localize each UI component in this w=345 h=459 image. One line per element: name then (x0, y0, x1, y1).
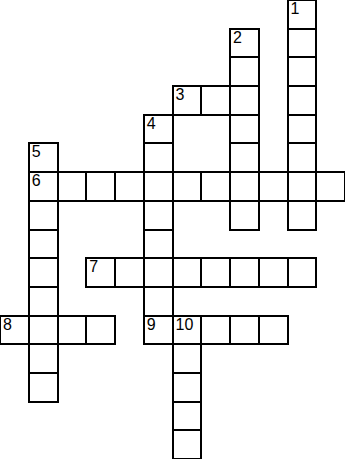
cell-c1-r9[interactable] (28, 257, 59, 288)
crossword-board: 12345678910 (0, 0, 345, 459)
cell-c10-r0[interactable]: 1 (287, 0, 318, 30)
cell-c6-r14[interactable] (172, 401, 203, 432)
cell-c6-r13[interactable] (172, 372, 203, 403)
cell-c8-r4[interactable] (229, 114, 260, 145)
cell-c1-r8[interactable] (28, 229, 59, 260)
cell-c10-r3[interactable] (287, 85, 318, 116)
cell-c2-r6[interactable] (57, 171, 88, 202)
cell-c7-r3[interactable] (200, 85, 231, 116)
cell-c3-r9[interactable]: 7 (85, 257, 116, 288)
cell-c9-r11[interactable] (258, 315, 289, 346)
cell-c7-r9[interactable] (200, 257, 231, 288)
cell-c10-r2[interactable] (287, 56, 318, 87)
cell-c8-r7[interactable] (229, 200, 260, 231)
cell-c8-r5[interactable] (229, 142, 260, 173)
cell-c4-r9[interactable] (114, 257, 145, 288)
clue-number-4: 4 (147, 115, 156, 133)
cell-c5-r6[interactable] (143, 171, 174, 202)
clue-number-10: 10 (176, 316, 194, 334)
cell-c10-r9[interactable] (287, 257, 318, 288)
cell-c5-r4[interactable]: 4 (143, 114, 174, 145)
clue-number-5: 5 (32, 143, 41, 161)
cell-c11-r6[interactable] (315, 171, 345, 202)
cell-c7-r11[interactable] (200, 315, 231, 346)
clue-number-6: 6 (32, 172, 41, 190)
cell-c8-r9[interactable] (229, 257, 260, 288)
cell-c6-r12[interactable] (172, 343, 203, 374)
cell-c2-r11[interactable] (57, 315, 88, 346)
cell-c1-r12[interactable] (28, 343, 59, 374)
cell-c8-r6[interactable] (229, 171, 260, 202)
cell-c1-r11[interactable] (28, 315, 59, 346)
cell-c1-r7[interactable] (28, 200, 59, 231)
clue-number-1: 1 (291, 0, 300, 18)
cell-c1-r10[interactable] (28, 286, 59, 317)
cell-c3-r6[interactable] (85, 171, 116, 202)
cell-c6-r6[interactable] (172, 171, 203, 202)
cell-c10-r6[interactable] (287, 171, 318, 202)
cell-c6-r15[interactable] (172, 429, 203, 459)
cell-c10-r5[interactable] (287, 142, 318, 173)
cell-c6-r11[interactable]: 10 (172, 315, 203, 346)
cell-c3-r11[interactable] (85, 315, 116, 346)
cell-c6-r9[interactable] (172, 257, 203, 288)
cell-c7-r6[interactable] (200, 171, 231, 202)
cell-c8-r1[interactable]: 2 (229, 28, 260, 59)
clue-number-2: 2 (233, 29, 242, 47)
cell-c8-r3[interactable] (229, 85, 260, 116)
cell-c10-r7[interactable] (287, 200, 318, 231)
cell-c1-r6[interactable]: 6 (28, 171, 59, 202)
cell-c8-r2[interactable] (229, 56, 260, 87)
cell-c8-r11[interactable] (229, 315, 260, 346)
cell-c5-r11[interactable]: 9 (143, 315, 174, 346)
cell-c6-r3[interactable]: 3 (172, 85, 203, 116)
cell-c10-r1[interactable] (287, 28, 318, 59)
cell-c9-r9[interactable] (258, 257, 289, 288)
cell-c5-r7[interactable] (143, 200, 174, 231)
cell-c5-r10[interactable] (143, 286, 174, 317)
clue-number-9: 9 (147, 316, 156, 334)
clue-number-8: 8 (3, 316, 12, 334)
cell-c4-r6[interactable] (114, 171, 145, 202)
cell-c0-r11[interactable]: 8 (0, 315, 30, 346)
cell-c9-r6[interactable] (258, 171, 289, 202)
cell-c10-r4[interactable] (287, 114, 318, 145)
cell-c5-r5[interactable] (143, 142, 174, 173)
cell-c1-r5[interactable]: 5 (28, 142, 59, 173)
cell-c1-r13[interactable] (28, 372, 59, 403)
cell-c5-r9[interactable] (143, 257, 174, 288)
clue-number-3: 3 (176, 86, 185, 104)
cell-c5-r8[interactable] (143, 229, 174, 260)
clue-number-7: 7 (89, 258, 98, 276)
